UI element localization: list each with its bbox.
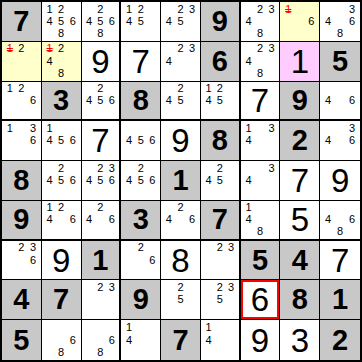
- given-digit: 8: [201, 121, 239, 160]
- cell-r0c1[interactable]: 124568: [42, 2, 82, 42]
- pencil-mark: 2: [254, 3, 266, 15]
- pencil-marks: 1246: [44, 202, 79, 238]
- cell-r2c6[interactable]: 7: [241, 82, 281, 122]
- cell-r8c0[interactable]: 5: [2, 320, 42, 360]
- pencil-marks: 24568: [84, 3, 118, 40]
- pencil-mark: 4: [44, 174, 56, 186]
- given-digit: 5: [241, 241, 280, 280]
- cell-r7c6[interactable]: 6: [241, 280, 281, 320]
- pencil-mark: 4: [163, 94, 175, 106]
- pencil-marks: 2348: [243, 3, 278, 40]
- pencil-marks: 25: [163, 281, 198, 318]
- pencil-mark: 1: [44, 3, 56, 15]
- pencil-mark: 8: [334, 28, 346, 40]
- pencil-mark: 5: [95, 174, 106, 186]
- pencil-mark: 5: [214, 294, 225, 306]
- pencil-marks: 23: [203, 242, 237, 279]
- pencil-mark: 6: [106, 15, 117, 27]
- cell-r3c8[interactable]: 346: [320, 121, 360, 161]
- pencil-mark: 2: [95, 3, 106, 15]
- pencil-mark: 2: [135, 162, 147, 174]
- pencil-mark: 6: [106, 174, 117, 186]
- cell-r3c7[interactable]: 2: [280, 121, 320, 161]
- cell-r1c6[interactable]: 2348: [241, 42, 281, 82]
- pencil-mark: 2: [16, 43, 28, 55]
- pencil-marks: 245: [163, 83, 198, 119]
- pencil-mark: 2: [175, 83, 187, 95]
- cell-r7c3[interactable]: 9: [121, 280, 161, 320]
- pencil-mark: 2: [175, 43, 187, 55]
- cell-r4c1[interactable]: 2456: [42, 161, 82, 201]
- cell-r1c1[interactable]: 2481: [42, 42, 82, 82]
- pencil-mark: 4: [44, 214, 56, 226]
- pencil-mark: 4: [84, 15, 95, 27]
- pencil-mark: 2: [95, 162, 106, 174]
- pencil-mark: 3: [27, 242, 39, 254]
- pencil-mark: 4: [84, 214, 95, 226]
- user-digit: 7: [121, 42, 160, 81]
- pencil-marks: 68: [44, 321, 79, 359]
- pencil-mark: 2: [16, 83, 28, 95]
- pencil-marks: 2348: [243, 43, 278, 80]
- given-digit: 2: [280, 121, 319, 160]
- cell-r5c4[interactable]: 246: [161, 201, 201, 241]
- pencil-mark: 2: [135, 242, 147, 254]
- cell-r3c1[interactable]: 1456: [42, 121, 82, 161]
- pencil-marks: 2481: [44, 43, 79, 80]
- pencil-mark: 2: [214, 281, 225, 293]
- cell-r2c2[interactable]: 2456: [82, 82, 122, 122]
- cell-r6c6[interactable]: 5: [241, 241, 281, 281]
- given-digit: 9: [201, 2, 239, 41]
- cell-r5c6[interactable]: 148: [241, 201, 281, 241]
- cell-r5c1[interactable]: 1246: [42, 201, 82, 241]
- pencil-mark: 3: [266, 162, 278, 174]
- pencil-marks: 1456: [44, 122, 79, 159]
- pencil-mark: 3: [186, 43, 198, 55]
- pencil-mark: 1: [203, 83, 214, 95]
- pencil-mark: 8: [95, 28, 106, 40]
- pencil-marks: 46: [322, 83, 358, 119]
- pencil-marks: 126: [4, 83, 39, 119]
- pencil-mark: 4: [243, 15, 255, 27]
- pencil-mark: 4: [243, 135, 255, 147]
- pencil-mark: 8: [254, 28, 266, 40]
- given-digit: 9: [280, 82, 319, 120]
- pencil-mark: 4: [44, 55, 56, 67]
- cell-r6c5[interactable]: 23: [201, 241, 241, 281]
- cell-r0c8[interactable]: 3468: [320, 2, 360, 42]
- pencil-mark: 5: [55, 135, 67, 147]
- pencil-mark: 3: [346, 3, 358, 15]
- pencil-mark: 8: [254, 67, 266, 79]
- pencil-mark: 3: [346, 122, 358, 134]
- given-digit: 7: [42, 280, 81, 319]
- cell-r4c3[interactable]: 2456: [121, 161, 161, 201]
- excluded-pencil-mark: 1: [44, 43, 56, 55]
- pencil-mark: 2: [175, 281, 187, 293]
- cell-r0c5[interactable]: 9: [201, 2, 241, 42]
- user-digit: 8: [161, 241, 200, 280]
- cell-r4c2[interactable]: 23456: [82, 161, 122, 201]
- pencil-mark: 6: [67, 214, 79, 226]
- pencil-mark: 4: [322, 214, 334, 226]
- pencil-mark: 3: [106, 281, 117, 293]
- pencil-mark: 6: [186, 214, 198, 226]
- pencil-mark: 2: [95, 83, 106, 95]
- pencil-marks: 148: [243, 202, 278, 238]
- cell-r4c0[interactable]: 8: [2, 161, 42, 201]
- cell-r0c2[interactable]: 24568: [82, 2, 122, 42]
- pencil-mark: 2: [175, 3, 187, 15]
- cell-r2c0[interactable]: 126: [2, 82, 42, 122]
- given-digit: 1: [320, 280, 360, 319]
- cell-r6c7[interactable]: 4: [280, 241, 320, 281]
- pencil-marks: 456: [123, 122, 158, 159]
- pencil-mark: 5: [135, 174, 147, 186]
- pencil-mark: 4: [322, 135, 334, 147]
- cell-r3c2[interactable]: 7: [82, 121, 122, 161]
- pencil-mark: 5: [175, 15, 187, 27]
- cell-r0c7[interactable]: 61: [280, 2, 320, 42]
- pencil-mark: 4: [123, 174, 135, 186]
- pencil-mark: 4: [84, 94, 95, 106]
- user-digit: 3: [280, 320, 319, 360]
- cell-r5c7[interactable]: 5: [280, 201, 320, 241]
- pencil-mark: 3: [266, 3, 278, 15]
- pencil-mark: 2: [55, 202, 67, 214]
- pencil-mark: 6: [27, 254, 39, 266]
- pencil-mark: 3: [186, 3, 198, 15]
- pencil-marks: 2345: [163, 3, 198, 40]
- pencil-mark: 4: [163, 55, 175, 67]
- given-digit: 7: [201, 201, 239, 239]
- pencil-marks: 124568: [44, 3, 79, 40]
- cell-r8c7[interactable]: 3: [280, 320, 320, 360]
- pencil-mark: 1: [44, 122, 56, 134]
- cell-r0c3[interactable]: 1245: [121, 2, 161, 42]
- pencil-marks: 236: [4, 242, 39, 279]
- cell-r8c6[interactable]: 9: [241, 320, 281, 360]
- pencil-marks: 245: [203, 162, 237, 199]
- pencil-mark: 8: [55, 346, 67, 359]
- pencil-mark: 8: [55, 28, 67, 40]
- pencil-marks: 23: [84, 281, 118, 318]
- pencil-mark: 5: [95, 94, 106, 106]
- cell-r7c4[interactable]: 25: [161, 280, 201, 320]
- cell-r1c7[interactable]: 1: [280, 42, 320, 82]
- pencil-mark: 6: [306, 15, 318, 27]
- given-digit: 7: [161, 320, 200, 360]
- given-digit: 7: [2, 2, 41, 41]
- pencil-marks: 1245: [203, 83, 237, 119]
- cell-r6c3[interactable]: 26: [121, 241, 161, 281]
- pencil-mark: 4: [84, 174, 95, 186]
- pencil-mark: 6: [346, 135, 358, 147]
- user-digit: 9: [241, 320, 280, 360]
- pencil-marks: 2456: [84, 83, 118, 119]
- pencil-mark: 3: [27, 122, 39, 134]
- user-digit: 7: [241, 82, 280, 120]
- cell-r2c3[interactable]: 8: [121, 82, 161, 122]
- pencil-mark: 2: [55, 43, 67, 55]
- user-digit: 6: [241, 280, 280, 319]
- user-digit: 5: [280, 201, 319, 239]
- cell-r6c4[interactable]: 8: [161, 241, 201, 281]
- cell-r5c3[interactable]: 3: [121, 201, 161, 241]
- pencil-mark: 4: [243, 55, 255, 67]
- cell-r1c0[interactable]: 21: [2, 42, 42, 82]
- pencil-mark: 5: [95, 15, 106, 27]
- cell-r0c4[interactable]: 2345: [161, 2, 201, 42]
- pencil-mark: 6: [27, 135, 39, 147]
- given-digit: 6: [201, 42, 239, 81]
- pencil-marks: 3468: [322, 3, 358, 40]
- given-digit: 3: [121, 201, 160, 239]
- cell-r6c8[interactable]: 7: [320, 241, 360, 281]
- pencil-mark: 4: [203, 94, 214, 106]
- pencil-mark: 8: [254, 226, 266, 238]
- user-digit: 1: [280, 42, 319, 81]
- pencil-mark: 8: [55, 67, 67, 79]
- given-digit: 5: [2, 320, 41, 360]
- pencil-mark: 5: [175, 94, 187, 106]
- cell-r2c5[interactable]: 1245: [201, 82, 241, 122]
- pencil-mark: 4: [123, 135, 135, 147]
- pencil-marks: 246: [84, 202, 118, 238]
- pencil-marks: 346: [322, 122, 358, 159]
- pencil-mark: 3: [225, 281, 236, 293]
- pencil-mark: 5: [135, 135, 147, 147]
- pencil-marks: 136: [4, 122, 39, 159]
- pencil-mark: 2: [135, 3, 147, 15]
- pencil-marks: 134: [243, 122, 278, 159]
- pencil-mark: 4: [163, 15, 175, 27]
- pencil-mark: 6: [106, 334, 117, 347]
- pencil-mark: 2: [254, 43, 266, 55]
- cell-r5c2[interactable]: 246: [82, 201, 122, 241]
- pencil-marks: 246: [163, 202, 198, 238]
- pencil-mark: 4: [203, 334, 214, 347]
- pencil-mark: 2: [95, 202, 106, 214]
- pencil-mark: 4: [44, 15, 56, 27]
- cell-r4c6[interactable]: 34: [241, 161, 281, 201]
- pencil-mark: 4: [163, 214, 175, 226]
- pencil-mark: 5: [175, 294, 187, 306]
- pencil-marks: 26: [123, 242, 158, 279]
- pencil-mark: 6: [106, 214, 117, 226]
- pencil-mark: 6: [67, 174, 79, 186]
- pencil-mark: 5: [55, 174, 67, 186]
- pencil-mark: 6: [67, 135, 79, 147]
- user-digit: 9: [42, 241, 81, 280]
- cell-r3c4[interactable]: 9: [161, 121, 201, 161]
- cell-r7c2[interactable]: 23: [82, 280, 122, 320]
- pencil-mark: 4: [243, 214, 255, 226]
- cell-r8c4[interactable]: 7: [161, 320, 201, 360]
- cell-r4c5[interactable]: 245: [201, 161, 241, 201]
- pencil-mark: 5: [55, 15, 67, 27]
- given-digit: 5: [320, 42, 360, 81]
- pencil-mark: 4: [322, 94, 334, 106]
- pencil-mark: 6: [346, 15, 358, 27]
- cell-r1c3[interactable]: 7: [121, 42, 161, 82]
- cell-r7c0[interactable]: 4: [2, 280, 42, 320]
- pencil-mark: 2: [95, 281, 106, 293]
- given-digit: 2: [320, 320, 360, 360]
- pencil-mark: 8: [334, 226, 346, 238]
- pencil-mark: 6: [27, 94, 39, 106]
- cell-r8c1[interactable]: 68: [42, 320, 82, 360]
- pencil-mark: 2: [214, 162, 225, 174]
- cell-r7c8[interactable]: 1: [320, 280, 360, 320]
- pencil-mark: 8: [95, 346, 106, 359]
- pencil-mark: 1: [4, 83, 16, 95]
- pencil-marks: 21: [4, 43, 39, 80]
- pencil-mark: 1: [4, 122, 16, 134]
- cell-r3c0[interactable]: 136: [2, 121, 42, 161]
- cell-r8c3[interactable]: 14: [121, 320, 161, 360]
- cell-r7c5[interactable]: 235: [201, 280, 241, 320]
- excluded-pencil-mark: 1: [282, 3, 294, 15]
- given-digit: 9: [121, 280, 160, 319]
- cell-r1c4[interactable]: 234: [161, 42, 201, 82]
- pencil-marks: 61: [282, 3, 317, 40]
- pencil-mark: 4: [243, 174, 255, 186]
- cell-r6c0[interactable]: 236: [2, 241, 42, 281]
- cell-r3c6[interactable]: 134: [241, 121, 281, 161]
- pencil-marks: 234: [163, 43, 198, 80]
- pencil-mark: 4: [123, 15, 135, 27]
- pencil-mark: 2: [16, 242, 28, 254]
- pencil-mark: 1: [203, 321, 214, 334]
- pencil-mark: 1: [123, 3, 135, 15]
- cell-r2c7[interactable]: 9: [280, 82, 320, 122]
- sudoku-board: 7124568245681245234592348613468212481972…: [0, 0, 362, 362]
- given-digit: 1: [82, 241, 120, 280]
- given-digit: 1: [161, 161, 200, 200]
- pencil-marks: 34: [243, 162, 278, 199]
- excluded-pencil-mark: 1: [4, 43, 16, 55]
- pencil-marks: 23456: [84, 162, 118, 199]
- pencil-marks: 468: [322, 202, 358, 238]
- given-digit: 8: [280, 280, 319, 319]
- pencil-mark: 2: [55, 3, 67, 15]
- cell-r8c2[interactable]: 68: [82, 320, 122, 360]
- given-digit: 3: [42, 82, 81, 120]
- pencil-mark: 2: [214, 83, 225, 95]
- given-digit: 4: [2, 280, 41, 319]
- pencil-mark: 1: [243, 202, 255, 214]
- cell-r6c2[interactable]: 1: [82, 241, 122, 281]
- pencil-mark: 6: [67, 15, 79, 27]
- user-digit: 7: [320, 241, 360, 280]
- user-digit: 7: [82, 121, 120, 160]
- pencil-mark: 4: [44, 135, 56, 147]
- cell-r0c6[interactable]: 2348: [241, 2, 281, 42]
- cell-r4c8[interactable]: 9: [320, 161, 360, 201]
- pencil-mark: 3: [225, 242, 236, 254]
- cell-r1c5[interactable]: 6: [201, 42, 241, 82]
- cell-r1c2[interactable]: 9: [82, 42, 122, 82]
- pencil-marks: 14: [203, 321, 237, 359]
- pencil-mark: 6: [106, 94, 117, 106]
- pencil-mark: 6: [67, 334, 79, 347]
- cell-r1c8[interactable]: 5: [320, 42, 360, 82]
- pencil-mark: 6: [346, 214, 358, 226]
- pencil-mark: 1: [243, 122, 255, 134]
- cell-r2c1[interactable]: 3: [42, 82, 82, 122]
- pencil-marks: 1245: [123, 3, 158, 40]
- pencil-marks: 2456: [44, 162, 79, 199]
- user-digit: 7: [280, 161, 319, 200]
- pencil-mark: 4: [203, 174, 214, 186]
- pencil-mark: 6: [147, 174, 159, 186]
- pencil-mark: 6: [147, 135, 159, 147]
- cell-r5c8[interactable]: 468: [320, 201, 360, 241]
- pencil-mark: 3: [266, 43, 278, 55]
- pencil-mark: 4: [123, 334, 135, 347]
- pencil-mark: 6: [147, 254, 159, 266]
- cell-r8c5[interactable]: 14: [201, 320, 241, 360]
- cell-r4c7[interactable]: 7: [280, 161, 320, 201]
- pencil-mark: 5: [214, 94, 225, 106]
- cell-r7c1[interactable]: 7: [42, 280, 82, 320]
- user-digit: 9: [320, 161, 360, 200]
- cell-r7c7[interactable]: 8: [280, 280, 320, 320]
- cell-r6c1[interactable]: 9: [42, 241, 82, 281]
- pencil-marks: 2456: [123, 162, 158, 199]
- user-digit: 9: [82, 42, 120, 81]
- pencil-mark: 4: [322, 15, 334, 27]
- cell-r2c8[interactable]: 46: [320, 82, 360, 122]
- pencil-mark: 2: [55, 162, 67, 174]
- pencil-mark: 2: [214, 242, 225, 254]
- given-digit: 9: [2, 201, 41, 239]
- pencil-mark: 3: [266, 122, 278, 134]
- pencil-mark: 5: [214, 174, 225, 186]
- cell-r0c0[interactable]: 7: [2, 2, 42, 42]
- pencil-mark: 5: [135, 15, 147, 27]
- cell-r3c5[interactable]: 8: [201, 121, 241, 161]
- cell-r5c0[interactable]: 9: [2, 201, 42, 241]
- cell-r3c3[interactable]: 456: [121, 121, 161, 161]
- cell-r2c4[interactable]: 245: [161, 82, 201, 122]
- pencil-marks: 235: [203, 281, 237, 318]
- cell-r5c5[interactable]: 7: [201, 201, 241, 241]
- given-digit: 8: [121, 82, 160, 120]
- pencil-mark: 1: [44, 202, 56, 214]
- pencil-mark: 3: [106, 162, 117, 174]
- pencil-mark: 1: [123, 321, 135, 334]
- cell-r4c4[interactable]: 1: [161, 161, 201, 201]
- pencil-marks: 14: [123, 321, 158, 359]
- cell-r8c8[interactable]: 2: [320, 320, 360, 360]
- user-digit: 9: [161, 121, 200, 160]
- given-digit: 8: [2, 161, 41, 200]
- pencil-mark: 6: [346, 94, 358, 106]
- given-digit: 4: [280, 241, 319, 280]
- pencil-mark: 2: [175, 202, 187, 214]
- pencil-marks: 68: [84, 321, 118, 359]
